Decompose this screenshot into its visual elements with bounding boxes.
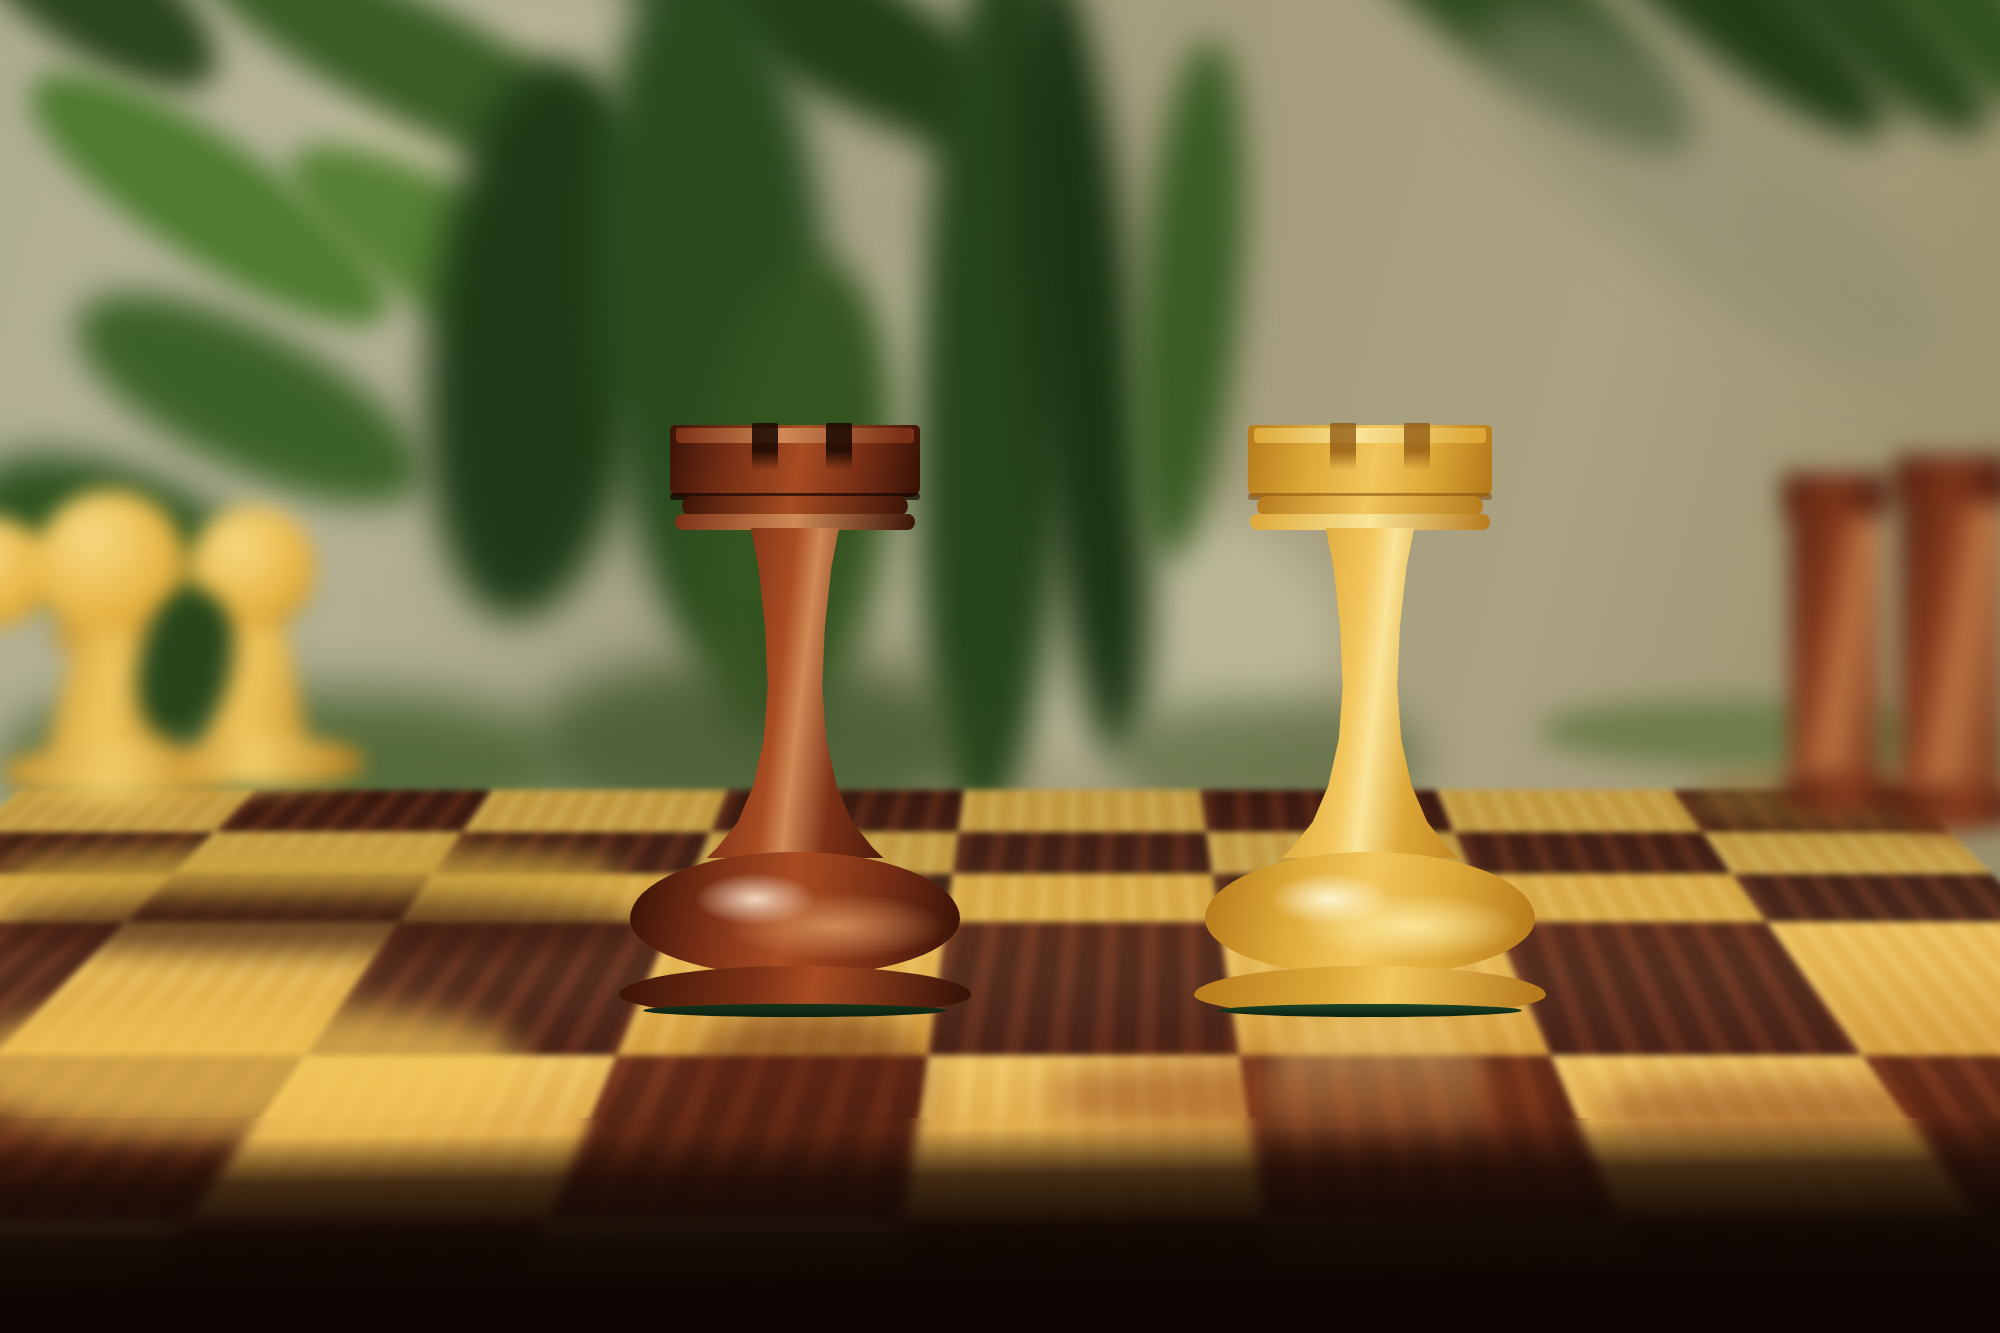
rook-icon bbox=[1782, 473, 1886, 521]
black-rook-body bbox=[665, 528, 925, 858]
black-rook[interactable]: ♜ bbox=[615, 425, 975, 1025]
board-backrow-blur bbox=[0, 898, 640, 954]
white-rook-crown bbox=[1248, 425, 1492, 497]
white-rook-felt bbox=[1218, 1004, 1522, 1017]
board-backrow-blur bbox=[0, 850, 620, 902]
white-rook[interactable]: ♖ bbox=[1190, 425, 1550, 1025]
chess-photo-scene: ♜ ♖ bbox=[0, 0, 2000, 1333]
blurred-rook-group bbox=[1782, 455, 2000, 845]
white-rook-base-bulb bbox=[1205, 852, 1535, 976]
black-rook-felt bbox=[643, 1004, 947, 1017]
black-rook-base-bulb bbox=[630, 852, 960, 976]
rook-icon bbox=[1894, 455, 2000, 507]
white-rook-body bbox=[1240, 528, 1500, 858]
front-left-glow bbox=[0, 1005, 520, 1135]
black-rook-crown bbox=[670, 425, 920, 497]
board-front-edge bbox=[0, 1115, 2000, 1333]
